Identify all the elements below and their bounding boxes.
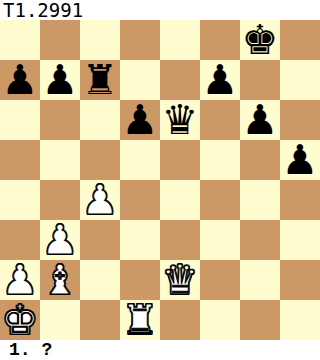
square-d6[interactable]: ♟ [120,100,160,140]
square-a1[interactable]: ♚ [0,300,40,340]
square-g6[interactable]: ♟ [240,100,280,140]
square-b2[interactable]: ♝ [40,260,80,300]
square-f4[interactable] [200,180,240,220]
black-king-piece[interactable]: ♚ [242,20,279,60]
square-c8[interactable] [80,20,120,60]
square-f8[interactable] [200,20,240,60]
square-a6[interactable] [0,100,40,140]
square-b1[interactable] [40,300,80,340]
chess-puzzle-app: T1.2991 ♚♟♟♜♟♟♛♟♟♟♟♟♝♛♚♜ 1. ? [0,0,320,360]
square-d1[interactable]: ♜ [120,300,160,340]
square-e8[interactable] [160,20,200,60]
square-a2[interactable]: ♟ [0,260,40,300]
black-pawn-piece[interactable]: ♟ [122,100,159,140]
square-e3[interactable] [160,220,200,260]
square-d2[interactable] [120,260,160,300]
white-king-piece[interactable]: ♚ [2,300,39,340]
square-e5[interactable] [160,140,200,180]
square-g7[interactable] [240,60,280,100]
square-g2[interactable] [240,260,280,300]
square-h5[interactable]: ♟ [280,140,320,180]
square-c3[interactable] [80,220,120,260]
black-pawn-piece[interactable]: ♟ [242,100,279,140]
square-c7[interactable]: ♜ [80,60,120,100]
black-pawn-piece[interactable]: ♟ [202,60,239,100]
square-f5[interactable] [200,140,240,180]
square-e6[interactable]: ♛ [160,100,200,140]
square-b6[interactable] [40,100,80,140]
square-b3[interactable]: ♟ [40,220,80,260]
square-c4[interactable]: ♟ [80,180,120,220]
title-bar: T1.2991 [0,0,320,20]
puzzle-id: T1.2991 [3,0,83,21]
square-f1[interactable] [200,300,240,340]
square-a4[interactable] [0,180,40,220]
square-e2[interactable]: ♛ [160,260,200,300]
square-a7[interactable]: ♟ [0,60,40,100]
black-pawn-piece[interactable]: ♟ [2,60,39,100]
white-bishop-piece[interactable]: ♝ [42,260,79,300]
square-f3[interactable] [200,220,240,260]
square-h3[interactable] [280,220,320,260]
square-b5[interactable] [40,140,80,180]
square-c5[interactable] [80,140,120,180]
square-a3[interactable] [0,220,40,260]
square-c6[interactable] [80,100,120,140]
square-h7[interactable] [280,60,320,100]
white-rook-piece[interactable]: ♜ [122,300,159,340]
square-c1[interactable] [80,300,120,340]
square-b4[interactable] [40,180,80,220]
white-pawn-piece[interactable]: ♟ [2,260,39,300]
square-c2[interactable] [80,260,120,300]
square-f7[interactable]: ♟ [200,60,240,100]
move-prompt: 1. ? [9,340,52,360]
white-pawn-piece[interactable]: ♟ [42,220,79,260]
black-pawn-piece[interactable]: ♟ [42,60,79,100]
square-d5[interactable] [120,140,160,180]
square-e1[interactable] [160,300,200,340]
square-b7[interactable]: ♟ [40,60,80,100]
square-g5[interactable] [240,140,280,180]
square-a8[interactable] [0,20,40,60]
square-f6[interactable] [200,100,240,140]
square-g4[interactable] [240,180,280,220]
white-queen-piece[interactable]: ♛ [162,260,199,300]
square-d7[interactable] [120,60,160,100]
black-rook-piece[interactable]: ♜ [82,60,119,100]
square-h2[interactable] [280,260,320,300]
square-g8[interactable]: ♚ [240,20,280,60]
square-g3[interactable] [240,220,280,260]
square-d4[interactable] [120,180,160,220]
square-d8[interactable] [120,20,160,60]
white-pawn-piece[interactable]: ♟ [82,180,119,220]
square-f2[interactable] [200,260,240,300]
square-h6[interactable] [280,100,320,140]
square-g1[interactable] [240,300,280,340]
square-e4[interactable] [160,180,200,220]
square-h1[interactable] [280,300,320,340]
black-queen-piece[interactable]: ♛ [162,100,199,140]
status-bar: 1. ? [0,340,320,360]
square-b8[interactable] [40,20,80,60]
square-a5[interactable] [0,140,40,180]
square-e7[interactable] [160,60,200,100]
square-h4[interactable] [280,180,320,220]
square-d3[interactable] [120,220,160,260]
black-pawn-piece[interactable]: ♟ [282,140,319,180]
square-h8[interactable] [280,20,320,60]
chess-board: ♚♟♟♜♟♟♛♟♟♟♟♟♝♛♚♜ [0,20,320,340]
